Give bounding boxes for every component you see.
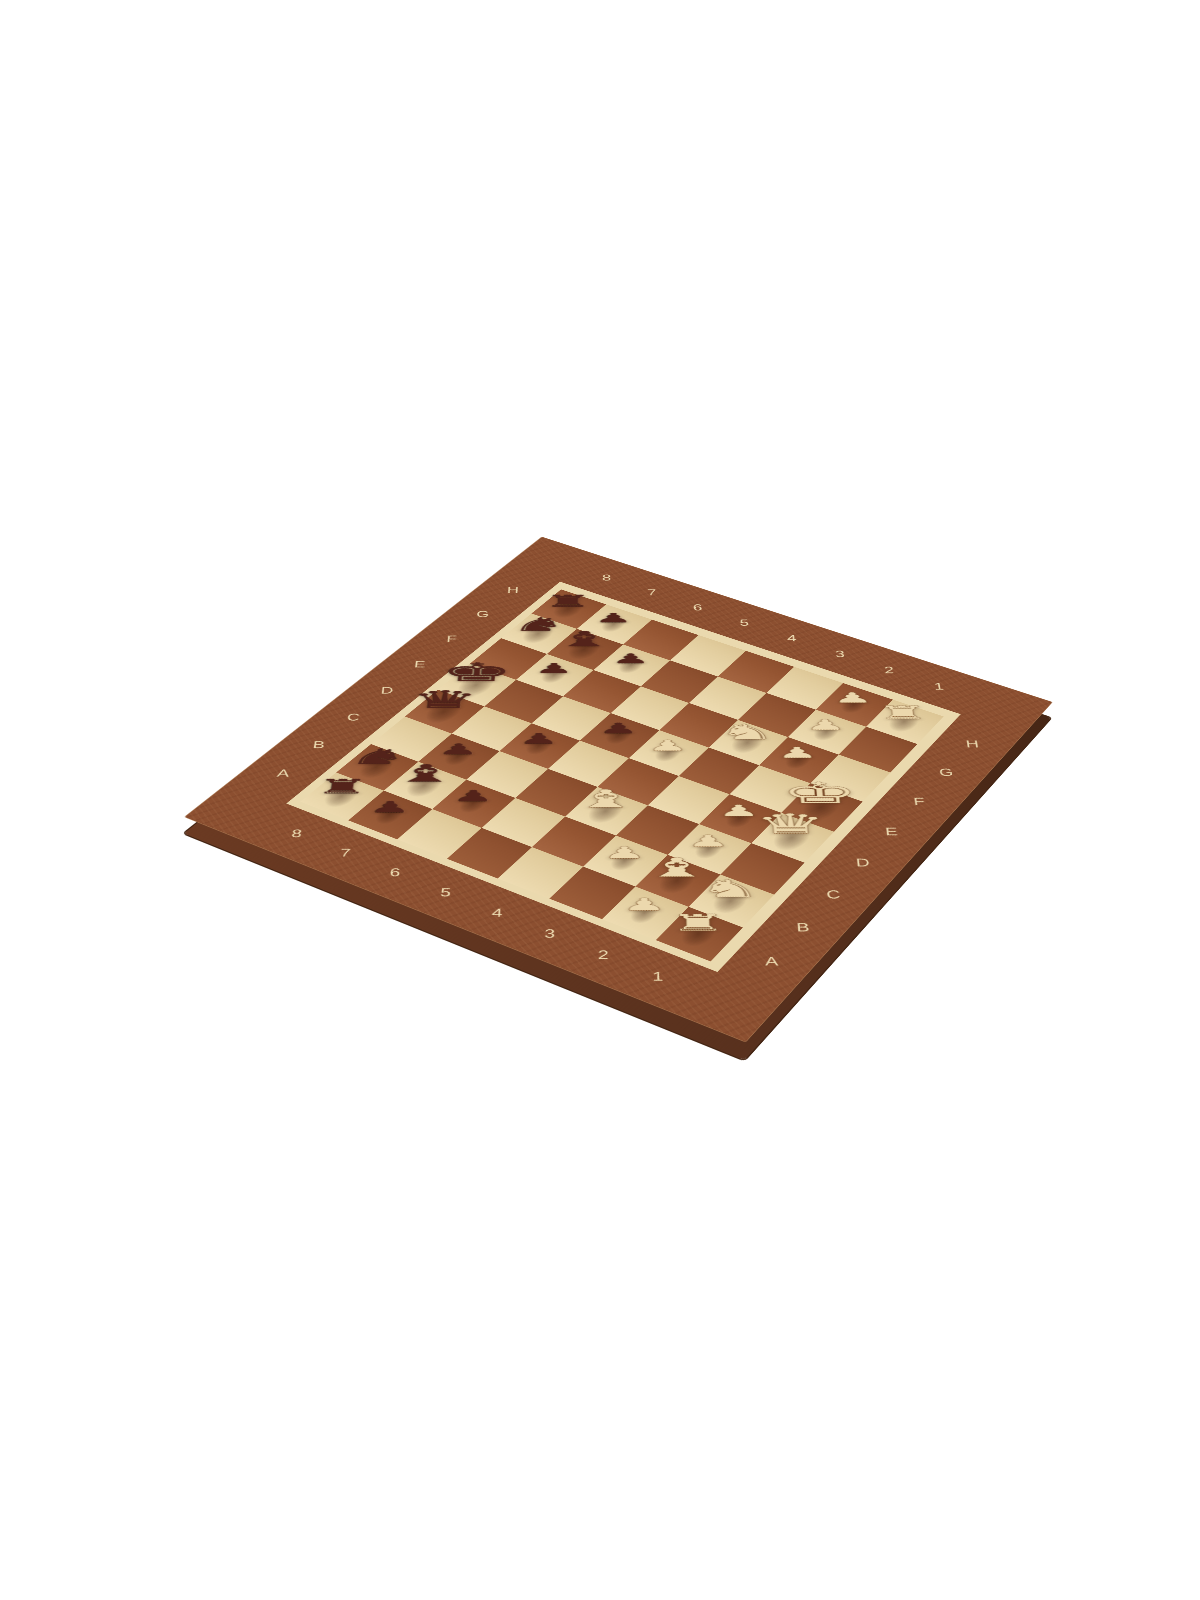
square-c5 xyxy=(515,769,597,817)
piece-black-rook-h8: ♜ xyxy=(544,593,593,609)
piece-black-king-e8: ♚ xyxy=(440,659,514,684)
square-a1 xyxy=(656,907,743,962)
product-photo-stage: AABBCCDDEEFFGGHH8877665544332211 ♜♟♞♝♟♟♚… xyxy=(0,0,1200,1600)
chess-board: AABBCCDDEEFFGGHH8877665544332211 ♜♟♞♝♟♟♚… xyxy=(184,537,1051,1042)
square-e1 xyxy=(781,783,862,831)
square-b6 xyxy=(432,780,515,828)
piece-black-pawn-h7: ♟ xyxy=(595,611,633,624)
piece-white-rook-h1: ♜ xyxy=(876,703,930,721)
square-b4 xyxy=(532,817,616,867)
piece-black-pawn-d6: ♟ xyxy=(518,731,559,746)
square-c4 xyxy=(565,787,648,836)
square-b1 xyxy=(689,875,775,928)
square-e2 xyxy=(730,765,811,813)
square-a4 xyxy=(498,847,584,899)
square-c1 xyxy=(720,843,804,894)
square-b2 xyxy=(635,855,720,907)
piece-white-knight-f3: ♞ xyxy=(718,722,777,743)
square-d3 xyxy=(648,776,730,824)
square-d1 xyxy=(751,813,834,863)
piece-black-queen-d8: ♛ xyxy=(410,687,480,711)
piece-black-bishop-g7: ♝ xyxy=(554,629,615,650)
piece-black-pawn-g6: ♟ xyxy=(611,652,650,665)
square-b3 xyxy=(583,836,668,887)
square-a6 xyxy=(397,809,481,859)
square-b5 xyxy=(482,798,566,847)
square-d4 xyxy=(598,758,679,805)
square-a7 xyxy=(348,791,432,840)
square-c3 xyxy=(616,805,699,854)
piece-black-pawn-c7: ♟ xyxy=(438,742,480,757)
square-a2 xyxy=(602,887,689,941)
piece-white-pawn-g2: ♟ xyxy=(805,718,846,732)
square-a5 xyxy=(447,828,532,879)
piece-black-pawn-f7: ♟ xyxy=(534,661,573,675)
square-a3 xyxy=(549,867,635,920)
piece-white-pawn-e4: ♟ xyxy=(647,738,688,753)
square-d2 xyxy=(699,794,781,843)
piece-black-pawn-e5: ♟ xyxy=(599,721,639,735)
piece-white-pawn-f2: ♟ xyxy=(776,745,818,760)
piece-white-pawn-h2: ♟ xyxy=(832,691,873,705)
square-c2 xyxy=(668,824,752,874)
square-c6 xyxy=(466,751,548,798)
